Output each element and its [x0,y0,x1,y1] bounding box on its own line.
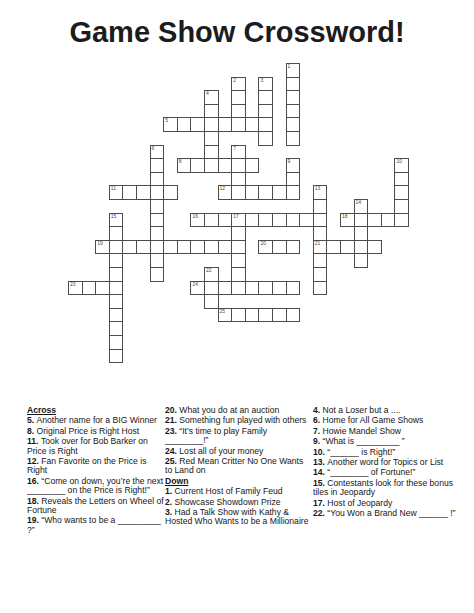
grid-cell[interactable]: 14 [354,199,369,214]
clue-item: 3. Had a Talk Show with Kathy & Hosted W… [165,508,312,527]
clue-item: 6. Home for All Game Shows [313,416,465,425]
grid-cell[interactable] [286,240,301,255]
grid-cell[interactable] [299,213,314,228]
grid-cell[interactable] [150,226,165,241]
grid-cell[interactable] [109,240,124,255]
grid-cell[interactable] [258,185,273,200]
grid-cell[interactable] [177,240,192,255]
clue-item: 12. Fan Favorite on the Price is Right [27,457,164,476]
grid-cell[interactable] [231,185,246,200]
clue-item-number: 2. [165,497,175,507]
grid-cell[interactable] [109,321,124,336]
grid-cell[interactable] [313,213,328,228]
clue-item-number: 21. [165,415,179,425]
clue-item: 14. “________ of Fortune!” [313,468,465,477]
grid-cell[interactable] [231,117,246,132]
clue-item-text: Contestants look for these bonus tiles i… [313,478,453,497]
clue-item-text: “What is _________ ” [323,436,405,446]
grid-cell[interactable] [109,335,124,350]
grid-cell[interactable] [354,213,369,228]
clue-item-text: Host of Jeopardy [327,498,392,508]
across-header: Across [27,406,164,415]
grid-cell[interactable]: 2 [231,77,246,92]
grid-cell[interactable] [245,185,260,200]
clue-item: 2. Showcase Showdown Prize [165,498,312,507]
clue-number: 3 [260,78,263,84]
grid-cell[interactable]: 1 [286,63,301,78]
grid-cell[interactable] [231,281,246,296]
clues-column-left: Across 5. Another name for a BIG Winner8… [27,406,164,536]
clue-item-number: 8. [27,426,37,436]
clue-item-number: 1. [165,486,175,496]
clue-item-text: Red Mean Critter No One Wants to Land on [165,456,303,475]
grid-cell[interactable]: 9 [286,158,301,173]
clue-item-number: 13. [313,457,327,467]
clue-number: 4 [206,91,209,97]
clues-column-right: 4. Not a Loser but a ....6. Home for All… [313,406,465,519]
grid-cell[interactable]: 21 [313,240,328,255]
grid-cell[interactable] [150,213,165,228]
grid-cell[interactable] [231,308,246,323]
clue-number: 17 [233,214,239,220]
grid-cell[interactable] [109,294,124,309]
grid-cell[interactable] [258,213,273,228]
clue-item: 22. “You Won a Brand New ______ !” [313,509,465,518]
clue-item-text: Howie Mandel Show [323,426,401,436]
clue-item: 10. “______ is Right!” [313,448,465,457]
grid-cell[interactable] [286,213,301,228]
clue-item: 5. Another name for a BIG Winner [27,416,164,425]
clue-item-text: “You Won a Brand New ______ !” [327,508,455,518]
clue-item: 4. Not a Loser but a .... [313,406,465,415]
grid-cell[interactable] [109,281,124,296]
clue-number: 23 [70,282,76,288]
grid-cell[interactable] [190,158,205,173]
grid-cell[interactable] [218,117,233,132]
grid-cell[interactable]: 5 [163,117,178,132]
grid-cell[interactable] [286,90,301,105]
grid-cell[interactable] [326,240,341,255]
grid-cell[interactable] [313,199,328,214]
grid-cell[interactable]: 10 [394,158,409,173]
clue-item-text: Had a Talk Show with Kathy & Hosted Who … [165,507,308,526]
grid-cell[interactable] [109,267,124,282]
grid-cell[interactable] [231,253,246,268]
clue-number: 19 [97,241,103,247]
crossword-grid: 1234567891011121314151617181920212223242… [0,0,474,404]
clue-item: 19. “Who wants to be a _________ ?” [27,516,164,535]
grid-cell[interactable] [340,240,355,255]
grid-cell[interactable] [122,240,137,255]
clue-item: 16. “Come on down, you’re the next _____… [27,477,164,496]
grid-cell[interactable] [394,172,409,187]
clue-number: 1 [288,64,291,70]
clue-item: 23. “It’s time to play Family ________!” [165,427,312,446]
grid-cell[interactable]: 19 [95,240,110,255]
down-header: Down [165,477,312,486]
clue-item-number: 24. [165,446,179,456]
clue-number: 25 [220,309,226,315]
grid-cell[interactable] [204,145,219,160]
grid-cell[interactable] [367,213,382,228]
grid-cell[interactable] [204,104,219,119]
grid-cell[interactable] [381,213,396,228]
clue-item: 15. Contestants look for these bonus til… [313,479,465,498]
grid-cell[interactable] [258,90,273,105]
clues-column-middle: 20. What you do at an auction21. Somethi… [165,406,312,528]
grid-cell[interactable] [258,104,273,119]
grid-cell[interactable] [272,308,287,323]
grid-cell[interactable] [95,281,110,296]
grid-cell[interactable] [245,117,260,132]
grid-cell[interactable] [136,240,151,255]
grid-cell[interactable]: 11 [109,185,124,200]
clue-item-number: 6. [313,415,323,425]
clue-item-number: 7. [313,426,323,436]
clue-item: 20. What you do at an auction [165,406,312,415]
grid-cell[interactable] [204,158,219,173]
clue-number: 14 [356,200,362,206]
clue-number: 7 [233,146,236,152]
grid-cell[interactable] [272,213,287,228]
clue-item-text: “Who wants to be a _________ ?” [27,515,161,534]
grid-cell[interactable]: 15 [109,213,124,228]
grid-cell[interactable] [354,226,369,241]
grid-cell[interactable] [286,172,301,187]
grid-cell[interactable] [313,281,328,296]
clue-item: 13. Another word for Topics or List [313,458,465,467]
clue-number: 13 [315,186,321,192]
grid-cell[interactable] [231,226,246,241]
grid-cell[interactable]: 3 [258,77,273,92]
grid-cell[interactable] [231,240,246,255]
clue-number: 2 [233,78,236,84]
clue-number: 16 [192,214,198,220]
grid-cell[interactable]: 6 [150,145,165,160]
grid-cell[interactable] [286,185,301,200]
grid-cell[interactable] [204,281,219,296]
grid-cell[interactable] [231,267,246,282]
grid-cell[interactable] [163,240,178,255]
grid-cell[interactable] [245,308,260,323]
grid-cell[interactable]: 4 [204,90,219,105]
grid-cell[interactable]: 20 [258,240,273,255]
grid-cell[interactable] [231,90,246,105]
grid-cell[interactable] [204,131,219,146]
grid-cell[interactable] [394,213,409,228]
clue-item-text: Showcase Showdown Prize [175,497,281,507]
grid-cell[interactable] [190,117,205,132]
clue-number: 6 [152,146,155,152]
grid-cell[interactable] [313,226,328,241]
grid-cell[interactable] [204,117,219,132]
clue-item: 24. Lost all of your money [165,447,312,456]
grid-cell[interactable] [313,267,328,282]
clue-item-text: Original Price is Right Host [37,426,140,436]
grid-cell[interactable] [286,77,301,92]
grid-cell[interactable] [286,131,301,146]
grid-cell[interactable] [82,281,97,296]
clue-item: 25. Red Mean Critter No One Wants to Lan… [165,457,312,476]
clue-number: 12 [220,186,226,192]
clue-item-text: Another name for a BIG Winner [37,415,157,425]
clue-item: 9. “What is _________ ” [313,437,465,446]
grid-cell[interactable] [204,213,219,228]
clue-item: 1. Current Host of Family Feud [165,487,312,496]
clue-item-text: Not a Loser but a .... [323,405,401,415]
grid-cell[interactable] [313,253,328,268]
clue-number: 10 [396,159,402,165]
grid-cell[interactable] [150,185,165,200]
grid-cell[interactable]: 12 [218,185,233,200]
clue-item-number: 14. [313,467,327,477]
grid-cell[interactable] [136,185,151,200]
clue-item-number: 17. [313,498,327,508]
grid-cell[interactable] [354,253,369,268]
grid-cell[interactable] [218,281,233,296]
grid-cell[interactable] [286,117,301,132]
grid-cell[interactable] [109,308,124,323]
clue-number: 8 [179,159,182,165]
grid-cell[interactable] [245,281,260,296]
grid-cell[interactable] [218,158,233,173]
grid-cell[interactable] [272,185,287,200]
grid-cell[interactable] [272,240,287,255]
grid-cell[interactable]: 23 [68,281,83,296]
clue-item-text: “It’s time to play Family ________!” [165,426,267,445]
clue-item-text: Took over for Bob Barker on Price is Rig… [27,436,148,455]
clue-item-text: What you do at an auction [179,405,279,415]
clue-item-number: 20. [165,405,179,415]
grid-cell[interactable] [286,104,301,119]
clue-item-number: 9. [313,436,323,446]
grid-cell[interactable] [150,172,165,187]
grid-cell[interactable] [150,158,165,173]
grid-cell[interactable] [245,213,260,228]
grid-cell[interactable] [231,104,246,119]
grid-cell[interactable]: 13 [313,185,328,200]
grid-cell[interactable] [272,281,287,296]
grid-cell[interactable] [218,240,233,255]
grid-cell[interactable] [231,172,246,187]
clue-item: 7. Howie Mandel Show [313,427,465,436]
clue-number: 18 [342,214,348,220]
grid-cell[interactable] [150,267,165,282]
clue-number: 5 [165,118,168,124]
clue-number: 9 [288,159,291,165]
clue-item-text: “______ is Right!” [327,447,395,457]
clue-number: 20 [260,241,266,247]
clue-number: 22 [206,268,212,274]
clue-number: 24 [192,282,198,288]
grid-cell[interactable]: 18 [340,213,355,228]
clue-number: 15 [111,214,117,220]
grid-cell[interactable] [109,226,124,241]
grid-cell[interactable] [204,294,219,309]
clue-item: 8. Original Price is Right Host [27,427,164,436]
grid-cell[interactable] [354,240,369,255]
grid-cell[interactable] [394,199,409,214]
clue-item-text: “________ of Fortune!” [327,467,415,477]
clue-item-text: Something fun played with others [179,415,306,425]
clue-item-number: 10. [313,447,327,457]
grid-cell[interactable] [150,199,165,214]
grid-cell[interactable]: 25 [218,308,233,323]
clue-item: 21. Something fun played with others [165,416,312,425]
clue-item-text: Reveals the Letters on Wheel of Fortune [27,496,164,515]
grid-cell[interactable] [150,240,165,255]
grid-cell[interactable] [204,240,219,255]
clue-item-number: 4. [313,405,323,415]
grid-cell[interactable] [150,253,165,268]
clue-item: 18. Reveals the Letters on Wheel of Fort… [27,497,164,516]
grid-cell[interactable] [163,185,178,200]
grid-cell[interactable] [258,308,273,323]
clue-item-text: Lost all of your money [179,446,263,456]
clue-number: 11 [111,186,116,192]
clue-item-number: 5. [27,415,37,425]
clue-item-text: Current Host of Family Feud [175,486,283,496]
grid-cell[interactable] [258,117,273,132]
grid-cell[interactable] [286,281,301,296]
grid-cell[interactable] [109,253,124,268]
clue-item-text: “Come on down, you’re the next ________ … [27,476,163,495]
grid-cell[interactable] [258,131,273,146]
clue-item-text: Home for All Game Shows [323,415,424,425]
clue-item-text: Fan Favorite on the Price is Right [27,456,146,475]
grid-cell[interactable]: 8 [177,158,192,173]
clue-number: 21 [315,241,321,247]
grid-cell[interactable] [394,185,409,200]
grid-cell[interactable] [109,349,124,364]
clue-item-number: 22. [313,508,327,518]
clue-item: 11. Took over for Bob Barker on Price is… [27,437,164,456]
clue-item: 17. Host of Jeopardy [313,499,465,508]
grid-cell[interactable] [122,185,137,200]
grid-cell[interactable] [177,117,192,132]
grid-cell[interactable]: 24 [190,281,205,296]
grid-cell[interactable] [286,308,301,323]
grid-cell[interactable] [231,158,246,173]
grid-cell[interactable] [245,158,260,173]
grid-cell[interactable]: 22 [204,267,219,282]
grid-cell[interactable] [367,240,382,255]
grid-cell[interactable] [190,240,205,255]
grid-cell[interactable]: 16 [190,213,205,228]
grid-cell[interactable] [218,213,233,228]
grid-cell[interactable]: 17 [231,213,246,228]
clue-item-text: Another word for Topics or List [327,457,443,467]
grid-cell[interactable] [258,281,273,296]
grid-cell[interactable]: 7 [231,145,246,160]
